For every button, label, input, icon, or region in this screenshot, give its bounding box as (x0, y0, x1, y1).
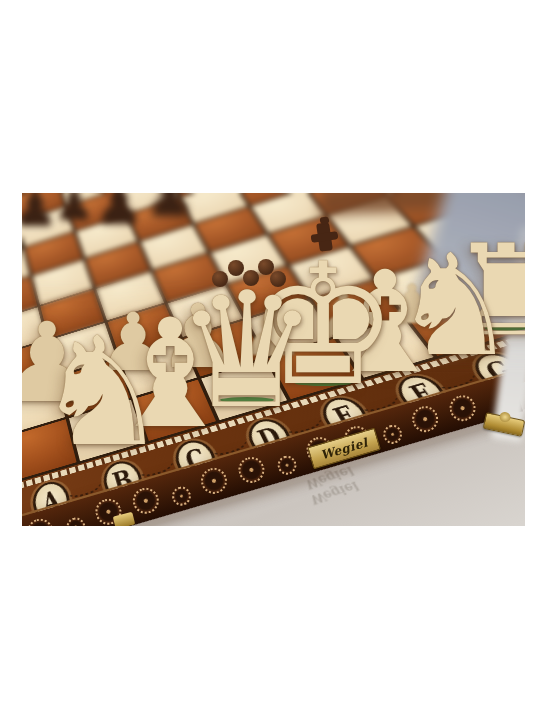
queen-crown-ball (270, 271, 286, 287)
black-pawn-b7: ♟ (53, 193, 94, 227)
black-pawn-d7: ♟ (144, 193, 196, 225)
white-knight-b1: ♞ (35, 317, 169, 467)
black-pawn-c7: ♟ (94, 193, 144, 233)
pieces-layer: ♟♟♟♟♟♟♟♟♟♟♜♞♝♚♛♝♞ (22, 193, 525, 526)
queen-crown-ball (228, 260, 244, 276)
chess-set-photo: ABCDEFGH Wegiel Wegiel Wegiel ♟♟♟♟♟♟♟♟♟♟… (22, 193, 525, 526)
queen-crown-ball (212, 271, 228, 287)
queen-crown-ball (243, 270, 259, 286)
page-background: ABCDEFGH Wegiel Wegiel Wegiel ♟♟♟♟♟♟♟♟♟♟… (0, 0, 540, 720)
